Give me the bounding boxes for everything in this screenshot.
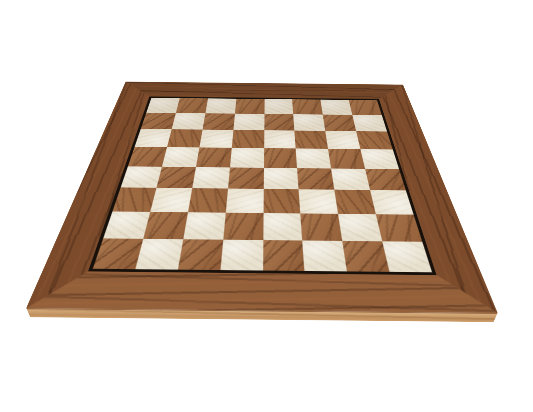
square-e6[interactable]	[264, 130, 296, 148]
square-e4[interactable]	[263, 167, 299, 189]
square-g5[interactable]	[328, 149, 365, 169]
square-h3[interactable]	[370, 190, 413, 215]
square-d4[interactable]	[228, 167, 264, 189]
square-c5[interactable]	[196, 147, 232, 167]
square-g6[interactable]	[325, 131, 360, 149]
square-g8[interactable]	[321, 100, 353, 115]
square-a8[interactable]	[146, 98, 179, 113]
square-f8[interactable]	[292, 99, 323, 114]
square-a7[interactable]	[141, 113, 176, 130]
square-h4[interactable]	[365, 169, 406, 191]
square-b8[interactable]	[176, 98, 208, 113]
square-b7[interactable]	[172, 113, 206, 130]
square-f6[interactable]	[295, 130, 329, 148]
square-c4[interactable]	[192, 167, 230, 189]
square-e7[interactable]	[264, 114, 295, 131]
square-d7[interactable]	[233, 114, 264, 131]
square-f7[interactable]	[293, 114, 325, 131]
square-c8[interactable]	[205, 98, 236, 113]
square-d3[interactable]	[225, 189, 263, 213]
square-g7[interactable]	[323, 114, 356, 131]
square-d6[interactable]	[231, 130, 263, 148]
square-b2[interactable]	[143, 212, 188, 239]
square-c3[interactable]	[188, 188, 228, 212]
square-f1[interactable]	[303, 241, 348, 272]
square-a6[interactable]	[135, 129, 172, 147]
square-h8[interactable]	[349, 100, 382, 115]
board-tilt-wrapper	[0, 0, 533, 412]
square-e8[interactable]	[264, 99, 293, 114]
square-a3[interactable]	[112, 188, 156, 212]
square-b6[interactable]	[167, 129, 202, 147]
square-f4[interactable]	[297, 168, 334, 190]
square-b3[interactable]	[150, 188, 192, 212]
square-c6[interactable]	[199, 129, 233, 147]
square-a4[interactable]	[121, 166, 162, 188]
square-a1[interactable]	[93, 239, 143, 270]
square-h5[interactable]	[360, 149, 399, 169]
square-e3[interactable]	[263, 189, 301, 213]
board-grid	[93, 98, 432, 272]
square-e1[interactable]	[262, 240, 304, 271]
square-h2[interactable]	[376, 214, 422, 241]
square-e5[interactable]	[264, 148, 298, 168]
square-h7[interactable]	[352, 115, 387, 132]
square-c7[interactable]	[202, 113, 234, 130]
square-a5[interactable]	[128, 147, 167, 167]
square-h1[interactable]	[382, 241, 432, 272]
chess-board	[26, 82, 497, 313]
square-d5[interactable]	[230, 148, 264, 168]
square-g4[interactable]	[331, 168, 370, 190]
square-b5[interactable]	[162, 147, 199, 167]
square-g1[interactable]	[343, 241, 390, 272]
square-h6[interactable]	[356, 131, 392, 149]
square-d8[interactable]	[235, 99, 265, 114]
photo-canvas	[0, 0, 533, 412]
square-f5[interactable]	[296, 148, 331, 168]
square-b4[interactable]	[156, 166, 195, 188]
square-f3[interactable]	[299, 190, 338, 215]
square-g3[interactable]	[335, 190, 376, 215]
